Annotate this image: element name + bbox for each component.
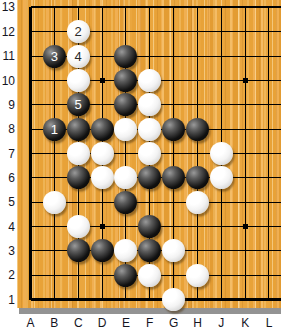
intersection-A11[interactable] (19, 44, 43, 68)
intersection-G10[interactable] (162, 68, 186, 92)
intersection-C12[interactable]: 2 (66, 20, 90, 44)
intersection-E9[interactable] (114, 93, 138, 117)
col-label-D: D (92, 316, 112, 331)
intersection-L11[interactable] (257, 44, 281, 68)
intersection-G11[interactable] (162, 44, 186, 68)
stone-black-B11[interactable]: 3 (43, 45, 66, 68)
intersection-D10[interactable] (90, 68, 114, 92)
intersection-G8[interactable] (162, 117, 186, 141)
intersection-C13[interactable] (66, 0, 90, 20)
row-label-6: 6 (0, 170, 15, 186)
stone-white-F10[interactable] (138, 69, 161, 92)
intersection-L4[interactable] (257, 214, 281, 238)
intersection-B6[interactable] (42, 166, 66, 190)
stone-white-C10[interactable] (67, 69, 90, 92)
intersection-L6[interactable] (257, 166, 281, 190)
col-label-F: F (140, 316, 160, 331)
intersection-C3[interactable] (66, 239, 90, 263)
col-label-C: C (68, 316, 88, 331)
stone-white-C12[interactable]: 2 (67, 20, 90, 43)
stone-black-C9[interactable]: 5 (67, 93, 90, 116)
intersection-H7[interactable] (186, 141, 210, 165)
intersection-D12[interactable] (90, 20, 114, 44)
intersection-A5[interactable] (19, 190, 43, 214)
intersection-K2[interactable] (233, 263, 257, 287)
stone-white-G3[interactable] (162, 239, 185, 262)
stone-black-E5[interactable] (114, 191, 137, 214)
intersection-E8[interactable] (114, 117, 138, 141)
stone-black-E9[interactable] (114, 93, 137, 116)
stone-white-J7[interactable] (210, 142, 233, 165)
intersection-K12[interactable] (233, 20, 257, 44)
intersection-L1[interactable] (257, 287, 281, 311)
col-label-G: G (164, 316, 184, 331)
intersection-F2[interactable] (138, 263, 162, 287)
intersection-K3[interactable] (233, 239, 257, 263)
intersection-E7[interactable] (114, 141, 138, 165)
intersection-H13[interactable] (186, 0, 210, 20)
col-label-E: E (116, 316, 136, 331)
col-label-K: K (235, 316, 255, 331)
intersection-F6[interactable] (138, 166, 162, 190)
stone-white-J6[interactable] (210, 166, 233, 189)
intersection-E13[interactable] (114, 0, 138, 20)
move-number: 1 (51, 123, 58, 136)
intersection-J5[interactable] (209, 190, 233, 214)
col-label-B: B (44, 316, 64, 331)
intersection-G1[interactable] (162, 287, 186, 311)
col-label-H: H (187, 316, 207, 331)
intersection-J8[interactable] (209, 117, 233, 141)
stone-black-E2[interactable] (114, 264, 137, 287)
stone-black-G8[interactable] (162, 118, 185, 141)
intersection-J9[interactable] (209, 93, 233, 117)
intersection-K8[interactable] (233, 117, 257, 141)
intersection-J10[interactable] (209, 68, 233, 92)
stone-white-H2[interactable] (186, 264, 209, 287)
row-label-8: 8 (0, 121, 15, 137)
intersection-K7[interactable] (233, 141, 257, 165)
move-number: 2 (75, 25, 82, 38)
intersection-F3[interactable] (138, 239, 162, 263)
stone-white-C7[interactable] (67, 142, 90, 165)
intersection-J4[interactable] (209, 214, 233, 238)
intersection-B13[interactable] (42, 0, 66, 20)
intersection-G5[interactable] (162, 190, 186, 214)
stone-white-E6[interactable] (114, 166, 137, 189)
intersection-C2[interactable] (66, 263, 90, 287)
intersection-C5[interactable] (66, 190, 90, 214)
stone-black-F3[interactable] (138, 239, 161, 262)
intersection-C10[interactable] (66, 68, 90, 92)
intersection-J7[interactable] (209, 141, 233, 165)
intersection-K13[interactable] (233, 0, 257, 20)
intersection-E12[interactable] (114, 20, 138, 44)
intersection-K9[interactable] (233, 93, 257, 117)
intersection-A2[interactable] (19, 263, 43, 287)
intersection-L8[interactable] (257, 117, 281, 141)
intersection-E10[interactable] (114, 68, 138, 92)
stone-white-F8[interactable] (138, 118, 161, 141)
row-label-3: 3 (0, 243, 15, 259)
stone-black-H6[interactable] (186, 166, 209, 189)
intersection-G6[interactable] (162, 166, 186, 190)
row-label-1: 1 (0, 292, 15, 308)
stone-white-B5[interactable] (43, 191, 66, 214)
intersection-A12[interactable] (19, 20, 43, 44)
intersection-A6[interactable] (19, 166, 43, 190)
intersection-L3[interactable] (257, 239, 281, 263)
intersection-E3[interactable] (114, 239, 138, 263)
col-label-A: A (21, 316, 41, 331)
intersection-J1[interactable] (209, 287, 233, 311)
stone-white-F7[interactable] (138, 142, 161, 165)
intersection-B2[interactable] (42, 263, 66, 287)
stone-white-D7[interactable] (91, 142, 114, 165)
intersection-A3[interactable] (19, 239, 43, 263)
intersection-B3[interactable] (42, 239, 66, 263)
intersection-D6[interactable] (90, 166, 114, 190)
intersection-D11[interactable] (90, 44, 114, 68)
intersection-E6[interactable] (114, 166, 138, 190)
intersection-C6[interactable] (66, 166, 90, 190)
intersection-J11[interactable] (209, 44, 233, 68)
intersection-H10[interactable] (186, 68, 210, 92)
row-label-5: 5 (0, 194, 15, 210)
intersection-F4[interactable] (138, 214, 162, 238)
intersection-F13[interactable] (138, 0, 162, 20)
intersection-H3[interactable] (186, 239, 210, 263)
intersection-H11[interactable] (186, 44, 210, 68)
intersection-L10[interactable] (257, 68, 281, 92)
intersection-L13[interactable] (257, 0, 281, 20)
row-label-4: 4 (0, 219, 15, 235)
intersection-L7[interactable] (257, 141, 281, 165)
intersection-C1[interactable] (66, 287, 90, 311)
stone-black-C3[interactable] (67, 239, 90, 262)
row-label-7: 7 (0, 146, 15, 162)
intersection-H1[interactable] (186, 287, 210, 311)
star-point-K10 (243, 78, 248, 83)
intersection-L12[interactable] (257, 20, 281, 44)
col-label-L: L (259, 316, 279, 331)
stone-black-H8[interactable] (186, 118, 209, 141)
intersection-J12[interactable] (209, 20, 233, 44)
intersection-D5[interactable] (90, 190, 114, 214)
stone-white-D6[interactable] (91, 166, 114, 189)
intersection-B8[interactable]: 1 (42, 117, 66, 141)
stone-black-F4[interactable] (138, 215, 161, 238)
intersection-B1[interactable] (42, 287, 66, 311)
intersection-H8[interactable] (186, 117, 210, 141)
intersection-B4[interactable] (42, 214, 66, 238)
intersection-H6[interactable] (186, 166, 210, 190)
intersection-G7[interactable] (162, 141, 186, 165)
intersection-G3[interactable] (162, 239, 186, 263)
star-point-K4 (243, 224, 248, 229)
intersection-A13[interactable] (19, 0, 43, 20)
row-label-12: 12 (0, 24, 15, 40)
intersection-H12[interactable] (186, 20, 210, 44)
stone-white-F2[interactable] (138, 264, 161, 287)
intersection-L9[interactable] (257, 93, 281, 117)
intersection-E4[interactable] (114, 214, 138, 238)
intersection-F8[interactable] (138, 117, 162, 141)
intersection-B12[interactable] (42, 20, 66, 44)
intersection-C9[interactable]: 5 (66, 93, 90, 117)
move-number: 4 (75, 50, 82, 63)
intersection-A10[interactable] (19, 68, 43, 92)
intersection-H9[interactable] (186, 93, 210, 117)
intersection-D8[interactable] (90, 117, 114, 141)
intersection-A8[interactable] (19, 117, 43, 141)
intersection-J3[interactable] (209, 239, 233, 263)
intersection-C7[interactable] (66, 141, 90, 165)
intersection-L5[interactable] (257, 190, 281, 214)
intersection-D1[interactable] (90, 287, 114, 311)
intersection-G13[interactable] (162, 0, 186, 20)
intersection-F9[interactable] (138, 93, 162, 117)
intersection-B10[interactable] (42, 68, 66, 92)
stone-black-C6[interactable] (67, 166, 90, 189)
intersection-D2[interactable] (90, 263, 114, 287)
intersection-B7[interactable] (42, 141, 66, 165)
stone-black-F6[interactable] (138, 166, 161, 189)
go-board-viewer: 13121110987654321 23451 ABCDEFGHJKL (0, 0, 281, 332)
move-number: 5 (75, 98, 82, 111)
intersection-E1[interactable] (114, 287, 138, 311)
intersection-F12[interactable] (138, 20, 162, 44)
intersection-A7[interactable] (19, 141, 43, 165)
intersection-B5[interactable] (42, 190, 66, 214)
stone-black-E10[interactable] (114, 69, 137, 92)
stone-black-D8[interactable] (91, 118, 114, 141)
stone-black-D3[interactable] (91, 239, 114, 262)
stone-black-B8[interactable]: 1 (43, 118, 66, 141)
intersection-D13[interactable] (90, 0, 114, 20)
intersection-A4[interactable] (19, 214, 43, 238)
intersection-D9[interactable] (90, 93, 114, 117)
intersection-C11[interactable]: 4 (66, 44, 90, 68)
intersection-L2[interactable] (257, 263, 281, 287)
intersection-J13[interactable] (209, 0, 233, 20)
intersection-G4[interactable] (162, 214, 186, 238)
board-grid: 23451 (19, 0, 281, 312)
intersection-H5[interactable] (186, 190, 210, 214)
intersection-B9[interactable] (42, 93, 66, 117)
intersection-K1[interactable] (233, 287, 257, 311)
intersection-K4[interactable] (233, 214, 257, 238)
intersection-K10[interactable] (233, 68, 257, 92)
intersection-A9[interactable] (19, 93, 43, 117)
col-label-J: J (211, 316, 231, 331)
stone-black-G6[interactable] (162, 166, 185, 189)
intersection-F11[interactable] (138, 44, 162, 68)
intersection-K11[interactable] (233, 44, 257, 68)
intersection-D4[interactable] (90, 214, 114, 238)
star-point-D4 (100, 224, 105, 229)
intersection-J2[interactable] (209, 263, 233, 287)
intersection-K5[interactable] (233, 190, 257, 214)
intersection-E2[interactable] (114, 263, 138, 287)
star-point-D10 (100, 78, 105, 83)
intersection-A1[interactable] (19, 287, 43, 311)
intersection-C8[interactable] (66, 117, 90, 141)
intersection-E11[interactable] (114, 44, 138, 68)
intersection-F5[interactable] (138, 190, 162, 214)
stone-black-E11[interactable] (114, 45, 137, 68)
intersection-B11[interactable]: 3 (42, 44, 66, 68)
intersection-D3[interactable] (90, 239, 114, 263)
row-label-11: 11 (0, 48, 15, 64)
stone-white-F9[interactable] (138, 93, 161, 116)
stone-white-E8[interactable] (114, 118, 137, 141)
intersection-K6[interactable] (233, 166, 257, 190)
stone-white-G1[interactable] (162, 288, 185, 311)
intersection-E5[interactable] (114, 190, 138, 214)
intersection-H2[interactable] (186, 263, 210, 287)
stone-white-C11[interactable]: 4 (67, 45, 90, 68)
intersection-D7[interactable] (90, 141, 114, 165)
intersection-G2[interactable] (162, 263, 186, 287)
intersection-C4[interactable] (66, 214, 90, 238)
row-label-13: 13 (0, 0, 15, 15)
stone-black-C8[interactable] (67, 118, 90, 141)
stone-white-H5[interactable] (186, 191, 209, 214)
move-number: 3 (51, 50, 58, 63)
intersection-H4[interactable] (186, 214, 210, 238)
row-label-10: 10 (0, 73, 15, 89)
row-label-9: 9 (0, 97, 15, 113)
intersection-F1[interactable] (138, 287, 162, 311)
intersection-G12[interactable] (162, 20, 186, 44)
intersection-J6[interactable] (209, 166, 233, 190)
intersection-F10[interactable] (138, 68, 162, 92)
row-label-2: 2 (0, 267, 15, 283)
intersection-F7[interactable] (138, 141, 162, 165)
intersection-G9[interactable] (162, 93, 186, 117)
stone-white-C4[interactable] (67, 215, 90, 238)
stone-white-E3[interactable] (114, 239, 137, 262)
